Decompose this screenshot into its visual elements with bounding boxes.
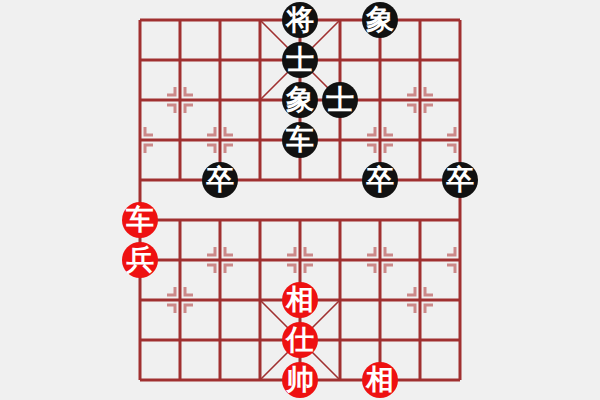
xiangqi-diagram: 将象士象士车卒卒卒车兵相仕帅相 [0, 0, 600, 400]
board-grid: 将象士象士车卒卒卒车兵相仕帅相 [120, 0, 480, 400]
piece-black-general[interactable]: 将 [282, 2, 318, 38]
piece-red-chariot[interactable]: 车 [122, 202, 158, 238]
piece-red-elephant[interactable]: 相 [362, 362, 398, 398]
piece-black-soldier[interactable]: 卒 [442, 162, 478, 198]
piece-red-advisor[interactable]: 仕 [282, 322, 318, 358]
piece-black-elephant[interactable]: 象 [362, 2, 398, 38]
piece-red-soldier[interactable]: 兵 [122, 242, 158, 278]
piece-black-elephant[interactable]: 象 [282, 82, 318, 118]
piece-red-general[interactable]: 帅 [282, 362, 318, 398]
piece-black-advisor[interactable]: 士 [322, 82, 358, 118]
piece-black-soldier[interactable]: 卒 [202, 162, 238, 198]
piece-black-soldier[interactable]: 卒 [362, 162, 398, 198]
piece-red-elephant[interactable]: 相 [282, 282, 318, 318]
piece-black-chariot[interactable]: 车 [282, 122, 318, 158]
piece-black-advisor[interactable]: 士 [282, 42, 318, 78]
